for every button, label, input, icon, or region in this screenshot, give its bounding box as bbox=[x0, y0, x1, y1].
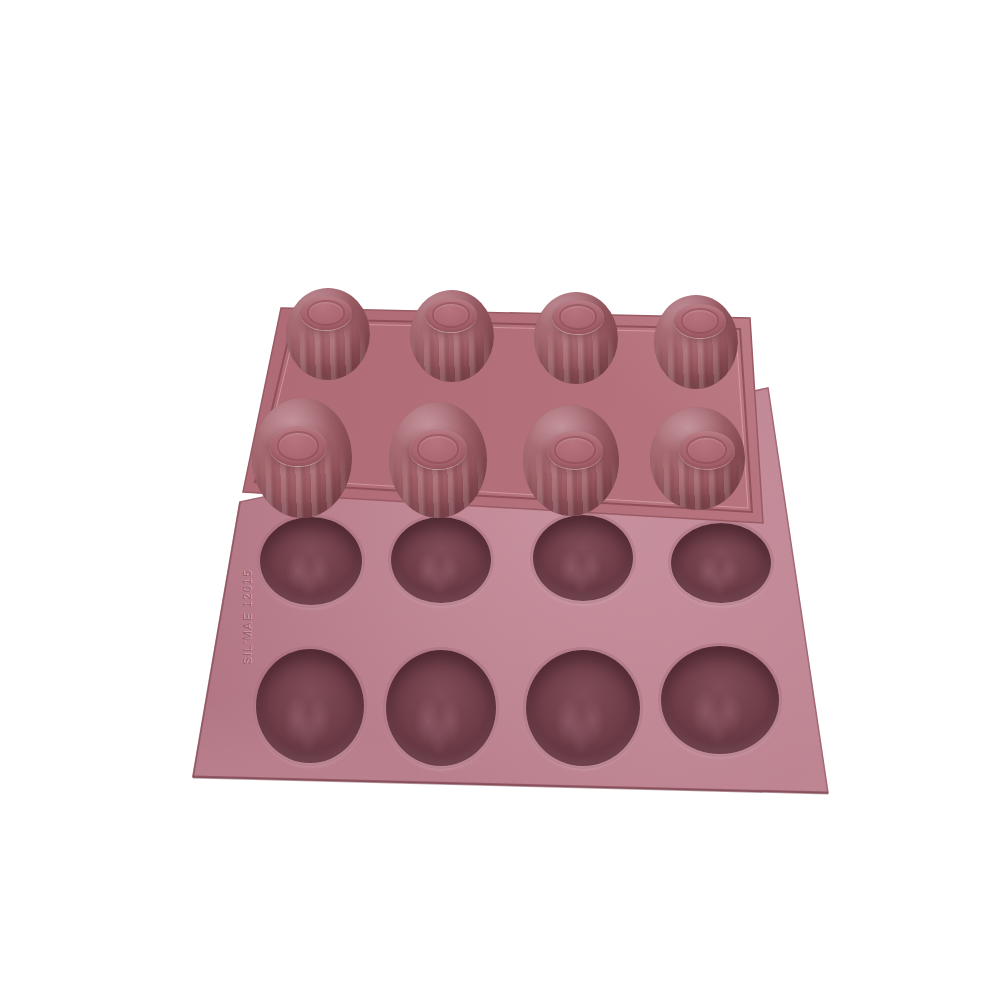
embossed-brand-text: SIL'MAE 12015 bbox=[241, 552, 255, 682]
mold-bump bbox=[389, 402, 487, 518]
mold-cavity bbox=[526, 650, 640, 766]
bump-top-face bbox=[547, 431, 603, 469]
mold-bump bbox=[286, 288, 370, 380]
mold-cavity bbox=[260, 517, 362, 605]
mold-bump bbox=[252, 398, 352, 518]
bump-top-face bbox=[674, 304, 726, 338]
mold-cavity bbox=[671, 523, 771, 603]
mold-cavity bbox=[661, 646, 779, 754]
mold-bump bbox=[534, 292, 618, 384]
mold-cavity bbox=[391, 517, 491, 603]
mold-bump bbox=[410, 290, 494, 382]
product-photo: SIL'MAE 12015 bbox=[0, 0, 1000, 1000]
bump-top-face bbox=[425, 298, 477, 332]
mold-bump bbox=[523, 405, 619, 516]
mold-cavity bbox=[386, 650, 496, 766]
mold-cavity bbox=[256, 649, 364, 763]
mold-cavity bbox=[533, 515, 633, 601]
bump-top-face bbox=[300, 296, 352, 330]
bump-top-face bbox=[679, 431, 735, 469]
mold-bump bbox=[654, 295, 738, 389]
bump-top-face bbox=[552, 300, 604, 334]
bump-top-face bbox=[409, 429, 467, 469]
mold-bump bbox=[650, 407, 745, 510]
bump-top-face bbox=[269, 426, 327, 466]
inverted-mold-tray bbox=[0, 0, 1000, 1000]
